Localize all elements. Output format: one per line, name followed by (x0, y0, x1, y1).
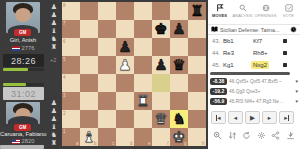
top-player-rating: 2776 (22, 45, 35, 51)
square-f2[interactable]: ♛ (152, 110, 170, 128)
square-g7[interactable]: ♟ (170, 20, 188, 38)
square-e3[interactable]: ♜ (134, 92, 152, 110)
square-h4[interactable] (188, 74, 206, 92)
flip-board-icon[interactable] (228, 131, 237, 140)
square-f3[interactable] (152, 92, 170, 110)
board-tools (208, 131, 300, 140)
captured-piece: ♟ (51, 3, 57, 11)
square-e1[interactable]: e (134, 128, 152, 146)
rank-label: 6 (63, 39, 66, 44)
square-d2[interactable] (116, 110, 134, 128)
engine-line[interactable]: -19.2 46.Qg3 Qxe3+ ▾ (208, 86, 300, 96)
download-icon[interactable] (286, 131, 295, 140)
move-clock-icon (283, 39, 287, 43)
rank-label: 3 (63, 93, 66, 98)
piece-black-pawn[interactable]: ♟ (152, 56, 170, 74)
players-sidebar: GM Giri, Anish 2776 28:26 31:02 GM Carua… (0, 0, 60, 149)
square-c5[interactable] (98, 56, 116, 74)
square-a8[interactable]: 8 (62, 2, 80, 20)
square-e4[interactable] (134, 74, 152, 92)
square-d1[interactable]: d (116, 128, 134, 146)
rank-label: 7 (63, 21, 66, 26)
square-d6[interactable]: ♟ (116, 38, 134, 56)
square-e5[interactable] (134, 56, 152, 74)
rank-label: 2 (63, 111, 66, 116)
tab-analysis[interactable]: ANALYSIS (231, 2, 254, 18)
square-g6[interactable] (170, 38, 188, 56)
square-c7[interactable] (98, 20, 116, 38)
captured-piece: ♞ (51, 35, 57, 43)
file-label: c (112, 141, 114, 146)
magnifier-icon (239, 4, 247, 12)
tab-vote[interactable]: VOTE (277, 2, 300, 18)
engine-line[interactable]: -56.9 46.Rf3 Nf4+ 47.Rg3 Ne… ▾ (208, 96, 300, 106)
square-e6[interactable] (134, 38, 152, 56)
square-g2[interactable]: ♞ (170, 110, 188, 128)
square-e8[interactable] (134, 2, 152, 20)
checkbox-icon (285, 4, 293, 12)
netherlands-flag-icon (12, 46, 20, 51)
square-h7[interactable] (188, 20, 206, 38)
move-navigation: ◂ ◂ ▶ ▸ ▸ (211, 111, 294, 124)
white-move[interactable]: Bb1 (221, 37, 236, 45)
file-label: h (202, 141, 205, 146)
move-clock-icon (283, 51, 287, 55)
tab-moves[interactable]: MOVES (208, 2, 231, 18)
analysis-panel: MOVES ANALYSIS OPENINGS VOTE Sicilian De… (208, 0, 300, 149)
square-b5[interactable] (80, 56, 98, 74)
captured-piece: ♞ (51, 131, 57, 139)
square-e2[interactable] (134, 110, 152, 128)
square-h2[interactable] (188, 110, 206, 128)
opening-name: Sicilian Defense: Taima... (220, 27, 288, 33)
refresh-icon[interactable] (242, 131, 251, 140)
bottom-player-photo (6, 102, 40, 124)
panel-tabs: MOVES ANALYSIS OPENINGS VOTE (208, 2, 300, 18)
square-d3[interactable] (116, 92, 134, 110)
piece-white-bishop[interactable]: ♝ (80, 128, 98, 146)
square-e7[interactable] (134, 20, 152, 38)
moves-scrollbar[interactable] (210, 72, 290, 75)
captured-piece: ♝ (51, 27, 57, 35)
square-h3[interactable] (188, 92, 206, 110)
captured-piece: ♝ (51, 123, 57, 131)
book-icon (211, 26, 218, 33)
captured-piece: ♜ (51, 139, 57, 147)
captured-piece: ♟ (51, 19, 57, 27)
square-a3[interactable]: 3 (62, 92, 80, 110)
square-f4[interactable] (152, 74, 170, 92)
square-d4[interactable] (116, 74, 134, 92)
square-h5[interactable] (188, 56, 206, 74)
eval-badge: -56.9 (210, 98, 227, 105)
top-player-title-badge: GM (14, 29, 31, 36)
move-row[interactable]: 43. Bb1 Kf7 (208, 35, 300, 47)
square-b8[interactable] (80, 2, 98, 20)
square-h8[interactable]: ♜ (188, 2, 206, 20)
square-b1[interactable]: b♝ (80, 128, 98, 146)
sidebar-bottom-bar (0, 145, 44, 149)
piece-black-rook[interactable]: ♜ (188, 2, 206, 20)
chess-app-window: GM Giri, Anish 2776 28:26 31:02 GM Carua… (0, 0, 300, 149)
bottom-player-title-badge: GM (14, 124, 31, 131)
black-move[interactable]: Kf7 (251, 37, 264, 45)
piece-black-queen[interactable]: ♛ (170, 56, 188, 74)
piece-black-king[interactable]: ♚ (152, 20, 170, 38)
rank-label: 4 (63, 75, 66, 80)
bottom-captured-pieces-tray: ♟♟♟♝♞♜ (48, 99, 60, 147)
white-move[interactable]: Re3 (221, 49, 236, 57)
eval-badge: -8.38 (210, 78, 227, 85)
bottom-player-name: Caruana, Fabiano (0, 131, 46, 137)
settings-gear-icon[interactable] (257, 131, 266, 140)
piece-white-rook[interactable]: ♜ (134, 92, 152, 110)
move-row[interactable]: 45. Kg1 Nxg2 (208, 59, 300, 71)
square-a2[interactable]: 2 (62, 110, 80, 128)
square-f5[interactable]: ♟ (152, 56, 170, 74)
square-d7[interactable] (116, 20, 134, 38)
captured-piece: ♟ (51, 107, 57, 115)
square-a4[interactable]: 4 (62, 74, 80, 92)
white-move[interactable]: Kg1 (221, 61, 236, 69)
square-b7[interactable] (80, 20, 98, 38)
square-b3[interactable] (80, 92, 98, 110)
captured-piece: ♟ (51, 11, 57, 19)
bottom-player-rating: 2820 (22, 138, 35, 144)
square-d8[interactable] (116, 2, 134, 20)
square-a6[interactable]: 6 (62, 38, 80, 56)
square-b4[interactable] (80, 74, 98, 92)
top-player-name: Giri, Anish (0, 37, 46, 43)
piece-white-king[interactable]: ♚ (170, 128, 188, 146)
square-f7[interactable]: ♚ (152, 20, 170, 38)
clock-icon (290, 26, 297, 33)
square-c6[interactable] (98, 38, 116, 56)
square-c1[interactable]: c (98, 128, 116, 146)
square-g1[interactable]: g♚ (170, 128, 188, 146)
top-captured-pieces-tray: ♟♟♟♝♞♜ (48, 3, 60, 51)
captured-piece: ♟ (51, 115, 57, 123)
square-b2[interactable] (80, 110, 98, 128)
square-a7[interactable]: 7 (62, 20, 80, 38)
opening-name-row[interactable]: Sicilian Defense: Taima... (208, 24, 300, 35)
square-g8[interactable] (170, 2, 188, 20)
rank-label: 5 (63, 57, 66, 62)
square-c8[interactable] (98, 2, 116, 20)
square-f6[interactable] (152, 38, 170, 56)
piece-white-queen[interactable]: ♛ (152, 110, 170, 128)
file-label: e (148, 141, 151, 146)
file-label: f (167, 141, 168, 146)
file-label: a (76, 141, 79, 146)
rank-label: 8 (63, 3, 66, 8)
piece-white-pawn[interactable]: ♟ (116, 56, 134, 74)
first-move-button[interactable]: ◂ (211, 111, 226, 124)
black-move[interactable]: Rh8+ (251, 49, 270, 57)
move-row[interactable]: 44. Re3 Rh8+ (208, 47, 300, 59)
chess-board[interactable]: 8♜7♚♟6♟5♟♟♛43♜2♛♞1ab♝cdefg♚h (62, 2, 206, 146)
material-advantage: +2 (50, 57, 56, 63)
square-c2[interactable] (98, 110, 116, 128)
next-move-button[interactable]: ▸ (262, 111, 277, 124)
square-c4[interactable] (98, 74, 116, 92)
prev-move-button[interactable]: ◂ (228, 111, 243, 124)
captured-piece: ♟ (51, 99, 57, 107)
square-c3[interactable] (98, 92, 116, 110)
chevron-down-icon[interactable]: ▾ (295, 88, 298, 94)
share-icon[interactable] (271, 131, 280, 140)
chevron-down-icon[interactable]: ▾ (295, 78, 298, 84)
square-b6[interactable] (80, 38, 98, 56)
top-player-time-bar (3, 68, 44, 71)
last-move-button[interactable]: ▸ (279, 111, 294, 124)
square-f8[interactable] (152, 2, 170, 20)
tab-openings[interactable]: OPENINGS (254, 2, 277, 18)
zoom-icon[interactable] (213, 131, 222, 140)
captured-piece: ♜ (51, 43, 57, 51)
piece-black-knight[interactable]: ♞ (170, 110, 188, 128)
square-f1[interactable]: f (152, 128, 170, 146)
bottom-player-clock: 31:02 (3, 87, 44, 100)
square-d5[interactable]: ♟ (116, 56, 134, 74)
square-h1[interactable]: h (188, 128, 206, 146)
piece-black-pawn[interactable]: ♟ (116, 38, 134, 56)
square-a1[interactable]: 1a (62, 128, 80, 146)
usa-flag-icon (12, 139, 20, 144)
chevron-down-icon[interactable]: ▾ (295, 98, 298, 104)
engine-line[interactable]: -8.38 46.Qxf5+ Qxf5 47.Bxf5 – ▾ (208, 76, 300, 86)
rank-label: 1 (63, 129, 66, 134)
square-g5[interactable]: ♛ (170, 56, 188, 74)
flag-icon (216, 4, 224, 12)
eval-badge: -19.2 (210, 88, 227, 95)
square-g3[interactable] (170, 92, 188, 110)
piece-black-pawn[interactable]: ♟ (170, 20, 188, 38)
move-clock-icon (283, 63, 287, 67)
globe-icon (262, 4, 270, 12)
square-h6[interactable] (188, 38, 206, 56)
square-a5[interactable]: 5 (62, 56, 80, 74)
current-move-highlighted[interactable]: Nxg2 (251, 61, 269, 69)
top-player-clock: 28:26 (3, 54, 44, 67)
play-button[interactable]: ▶ (245, 111, 260, 124)
square-g4[interactable] (170, 74, 188, 92)
file-label: d (130, 141, 133, 146)
bottom-player-time-bar (3, 83, 44, 86)
